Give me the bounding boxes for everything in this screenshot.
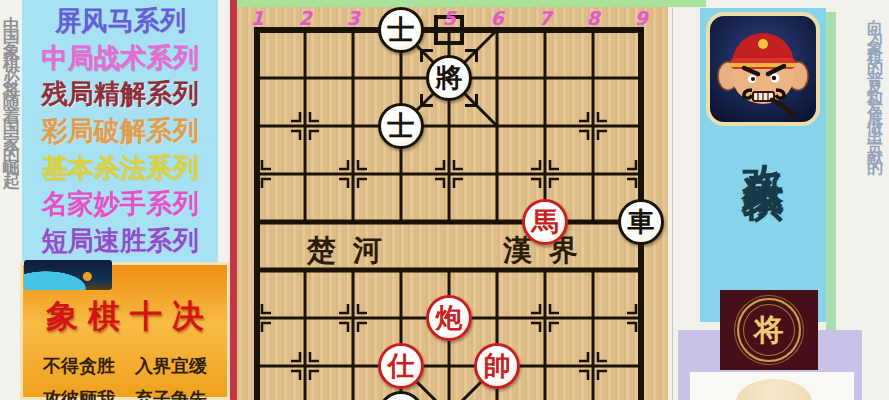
piece-車-black[interactable]: 車 [618,199,664,245]
piece-仕-red[interactable]: 仕 [378,343,424,389]
green-top-strip [237,0,706,7]
right-vertical-caption: 向为象棋的普及和发展做出贡献的 [862,6,888,400]
series-item-duanju[interactable]: 短局速胜系列 [41,223,198,259]
screenshot-root: 中国象棋必将随着国家的崛起 屏风马系列 中局战术系列 残局精解系列 彩局破解系列… [0,0,889,400]
app-icon[interactable] [706,12,820,126]
series-item-caiju[interactable]: 彩局破解系列 [41,113,198,149]
file-label-3: 3 [343,7,363,29]
piece-士-black[interactable]: 士 [378,7,424,53]
maxim-3: 攻彼顾我 [43,387,115,400]
file-label-5: 5 [439,7,459,29]
river-label-left: 楚河 [307,231,399,271]
series-menu: 屏风马系列 中局战术系列 残局精解系列 彩局破解系列 基本杀法系列 名家妙手系列… [22,0,218,262]
piece-馬-red[interactable]: 馬 [522,199,568,245]
promo-box: 象棋十决 不得贪胜 入界宜缓 攻彼顾我 弃子争先 [20,262,230,400]
maxim-4: 弃子争先 [135,387,207,400]
general-seal: 将 [720,290,818,370]
maxim-2: 入界宜缓 [135,354,207,378]
piece-士-black[interactable]: 士 [378,103,424,149]
xiangqi-board[interactable]: 楚河 漢界 士將士馬車炮仕帥 [237,0,668,400]
piece-帥-red[interactable]: 帥 [474,343,520,389]
series-item-canju[interactable]: 残局精解系列 [41,76,198,112]
series-item-pingfengma[interactable]: 屏风马系列 [55,3,186,39]
file-label-1: 1 [247,7,267,29]
piece-將-black[interactable]: 將 [426,55,472,101]
video-thumbnail [24,260,112,290]
series-item-zhongju[interactable]: 中局战术系列 [41,40,198,76]
file-label-7: 7 [535,7,555,29]
piece-炮-red[interactable]: 炮 [426,295,472,341]
file-label-2: 2 [295,7,315,29]
seal-character: 将 [754,310,784,351]
seal-ring: 将 [737,298,801,362]
file-label-6: 6 [487,7,507,29]
series-item-jiben[interactable]: 基本杀法系列 [41,150,198,186]
promo-title: 象棋十决 [23,295,227,339]
file-label-8: 8 [583,7,603,29]
left-vertical-caption: 中国象棋必将随着国家的崛起 [1,2,22,400]
gutter-divider [672,8,673,400]
bottom-thumbnail [690,372,854,400]
red-divider [230,0,237,400]
series-item-mingjia[interactable]: 名家妙手系列 [41,186,198,222]
maxim-1: 不得贪胜 [43,354,115,378]
file-label-9: 9 [631,7,651,29]
right-green-strip [826,12,836,374]
